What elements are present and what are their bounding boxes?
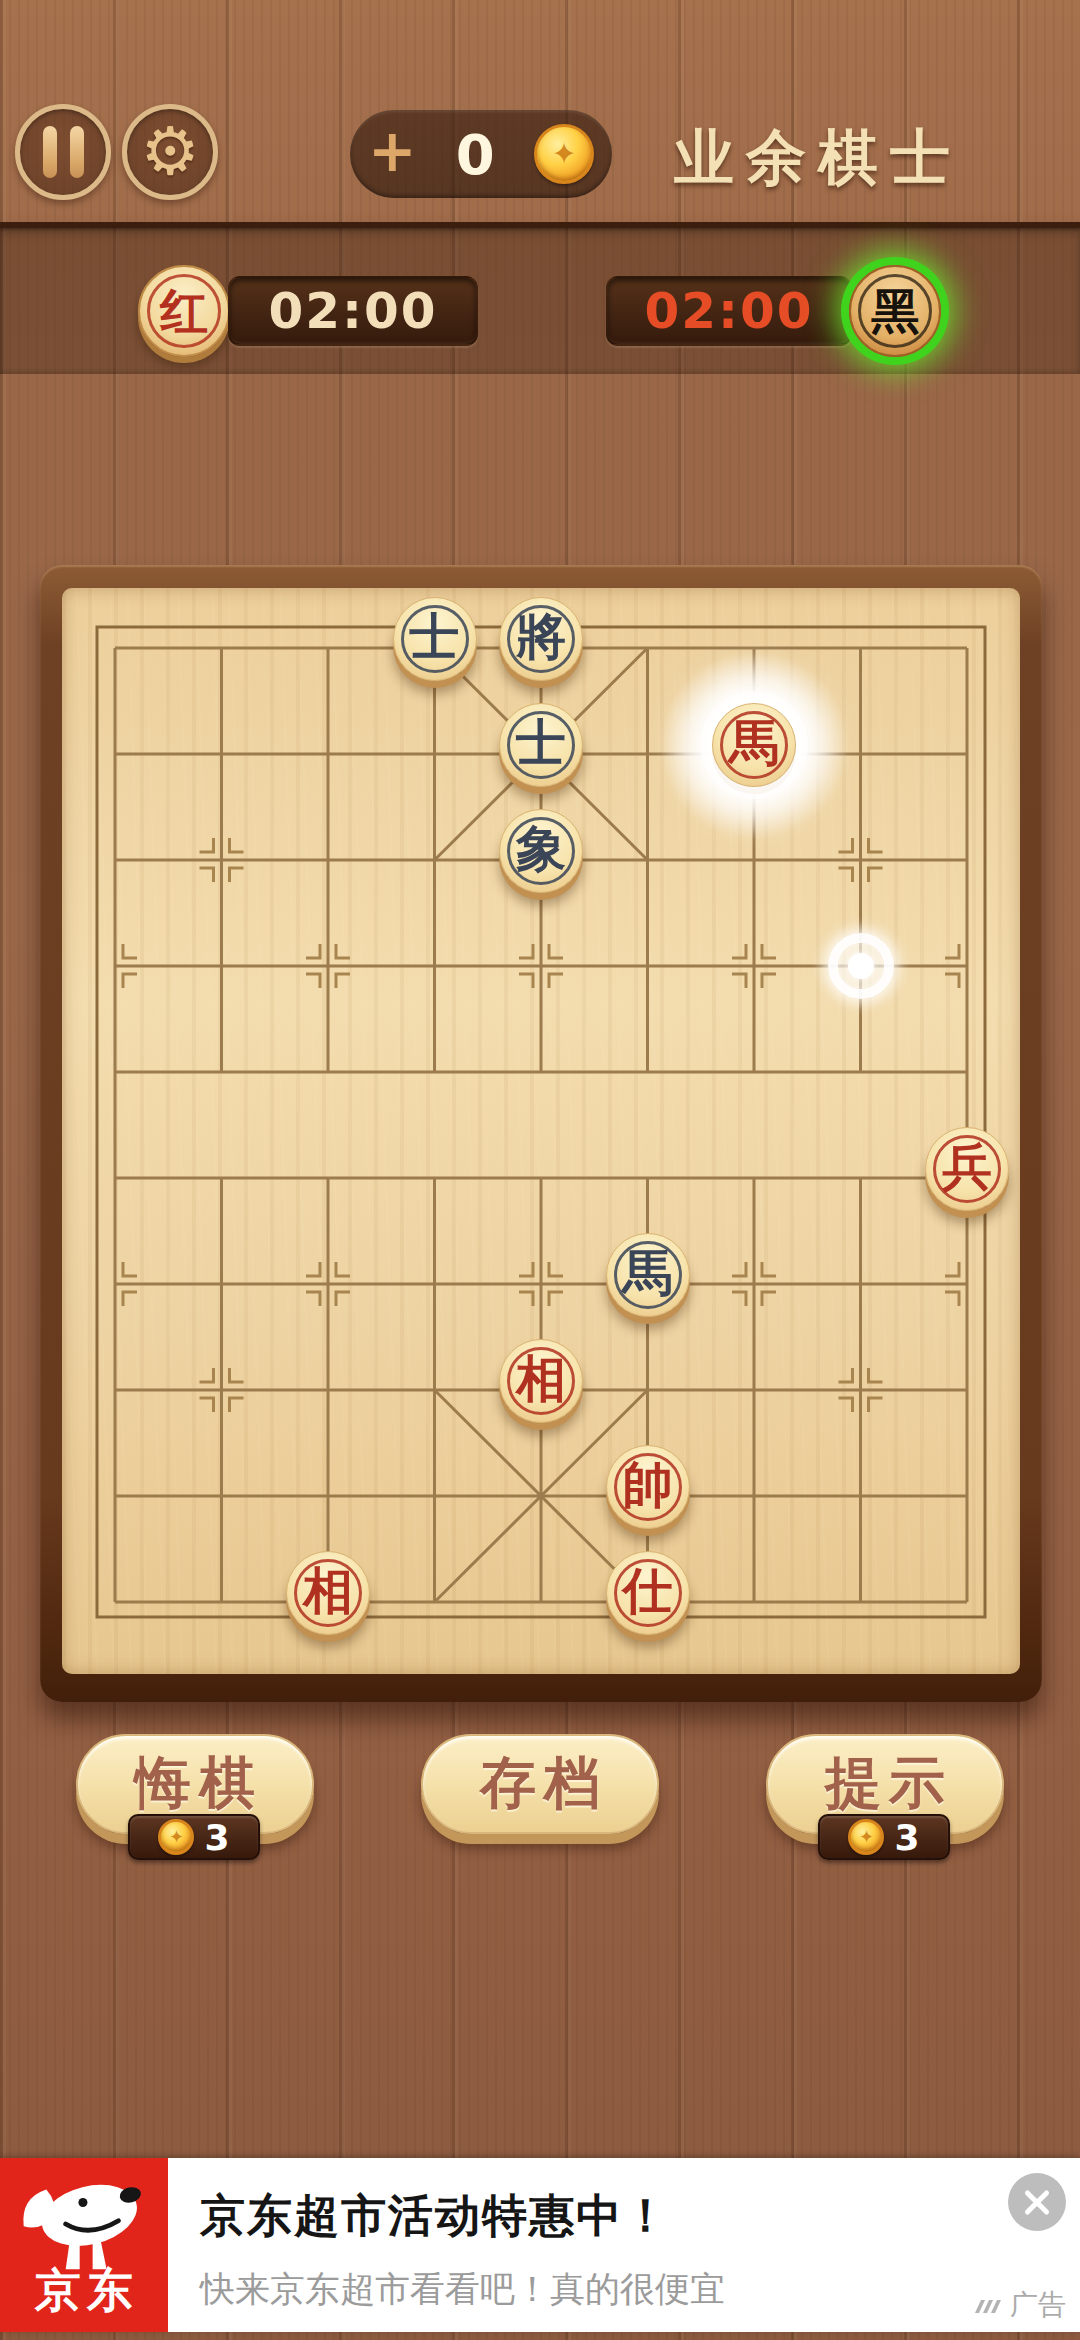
piece-red-馬-selected[interactable]: 馬 (712, 703, 796, 787)
ad-label: 广告 (974, 2286, 1066, 2324)
red-side-piece: 红 (138, 265, 230, 357)
board-frame: 楚河 汉界 士將士象馬兵馬相帥仕相 (40, 565, 1042, 1702)
black-time: 02:00 (644, 282, 813, 340)
jd-logo-text: 京东 (29, 2260, 139, 2322)
piece-black-將[interactable]: 將 (499, 597, 583, 681)
gear-icon: ⚙ (140, 119, 199, 185)
hint-cost-badge: ✦ 3 (818, 1814, 950, 1860)
coin-counter[interactable]: + 0 ✦ (350, 110, 612, 198)
ad-title: 京东超市活动特惠中！ (200, 2186, 670, 2246)
piece-red-仕[interactable]: 仕 (606, 1551, 690, 1635)
ad-choices-icon (974, 2292, 1004, 2318)
piece-red-相[interactable]: 相 (499, 1339, 583, 1423)
ad-close-button[interactable] (1008, 2173, 1066, 2231)
coin-icon: ✦ (534, 124, 594, 184)
piece-red-相[interactable]: 相 (286, 1551, 370, 1635)
pause-icon (43, 126, 84, 178)
ad-banner[interactable]: 京东 京东超市活动特惠中！ 快来京东超市看看吧！真的很便宜 广告 (0, 2158, 1080, 2332)
black-timer: 02:00 (606, 276, 852, 346)
piece-black-士[interactable]: 士 (393, 597, 477, 681)
red-time: 02:00 (268, 282, 437, 340)
piece-black-象[interactable]: 象 (499, 809, 583, 893)
pause-button[interactable] (15, 104, 111, 200)
rank-title: 业余棋士 (628, 118, 1008, 199)
undo-cost-badge: ✦ 3 (128, 1814, 260, 1860)
black-side-piece-active: 黑 (849, 265, 941, 357)
coin-icon: ✦ (848, 1819, 884, 1855)
piece-black-士[interactable]: 士 (499, 703, 583, 787)
piece-red-兵[interactable]: 兵 (925, 1127, 1009, 1211)
xiangqi-board[interactable]: 楚河 汉界 士將士象馬兵馬相帥仕相 (62, 588, 1020, 1674)
river-label-left: 楚河 (192, 1672, 452, 1674)
ad-subtitle: 快来京东超市看看吧！真的很便宜 (200, 2266, 725, 2313)
coin-icon: ✦ (158, 1819, 194, 1855)
settings-button[interactable]: ⚙ (122, 104, 218, 200)
piece-black-馬[interactable]: 馬 (606, 1233, 690, 1317)
piece-red-帥[interactable]: 帥 (606, 1445, 690, 1529)
coin-count: 0 (456, 122, 495, 187)
river-label-right: 汉界 (758, 1672, 1018, 1674)
move-target-marker[interactable] (824, 929, 898, 1003)
red-timer: 02:00 (228, 276, 478, 346)
save-button[interactable]: 存档 (421, 1734, 659, 1834)
xiangqi-game-screen: ⚙ + 0 ✦ 业余棋士 红 02:00 02:00 黑 楚河 汉界 士將士象馬… (0, 0, 1080, 2340)
add-coins-icon[interactable]: + (368, 122, 417, 180)
jd-logo[interactable]: 京东 (0, 2158, 168, 2332)
